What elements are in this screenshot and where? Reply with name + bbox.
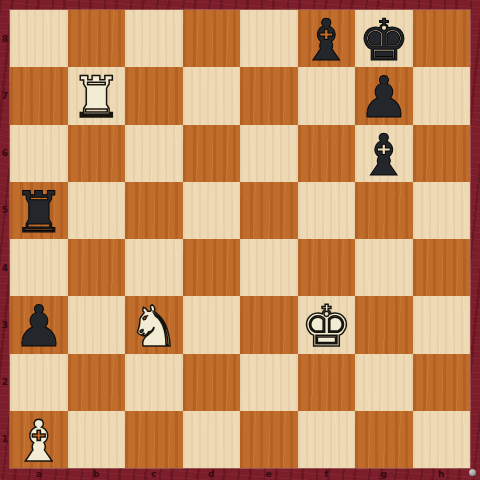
file-label-h: h [413,468,471,480]
black-pawn-g7[interactable]: ♟ [358,69,409,126]
square-e8[interactable] [240,10,298,67]
square-a1[interactable]: ♝ [10,411,68,468]
rank-label-1: 1 [0,411,10,468]
square-f8[interactable]: ♝ [298,10,356,67]
square-c3[interactable]: ♞ [125,296,183,353]
square-f7[interactable] [298,67,356,124]
square-h6[interactable] [413,125,471,182]
square-e3[interactable] [240,296,298,353]
square-b6[interactable] [68,125,126,182]
square-b1[interactable] [68,411,126,468]
square-g6[interactable]: ♝ [355,125,413,182]
square-e1[interactable] [240,411,298,468]
file-label-d: d [183,468,241,480]
rank-label-4: 4 [0,239,10,296]
file-label-c: c [125,468,183,480]
square-h5[interactable] [413,182,471,239]
square-c1[interactable] [125,411,183,468]
square-g7[interactable]: ♟ [355,67,413,124]
square-g4[interactable] [355,239,413,296]
rank-label-5: 5 [0,182,10,239]
square-d6[interactable] [183,125,241,182]
square-b4[interactable] [68,239,126,296]
chess-board-frame: ♝♚♜♟♝♜♟♞♚♝ 87654321 abcdefgh [0,0,480,480]
square-c5[interactable] [125,182,183,239]
square-f5[interactable] [298,182,356,239]
square-g8[interactable]: ♚ [355,10,413,67]
black-bishop-g6[interactable]: ♝ [358,127,409,184]
square-b5[interactable] [68,182,126,239]
square-e4[interactable] [240,239,298,296]
square-a2[interactable] [10,354,68,411]
square-a4[interactable] [10,239,68,296]
file-labels: abcdefgh [10,468,470,480]
rank-label-7: 7 [0,67,10,124]
white-king-f3[interactable]: ♚ [301,298,352,355]
square-b3[interactable] [68,296,126,353]
black-king-g8[interactable]: ♚ [358,12,409,69]
square-g1[interactable] [355,411,413,468]
square-a7[interactable] [10,67,68,124]
square-h1[interactable] [413,411,471,468]
square-b8[interactable] [68,10,126,67]
rank-labels: 87654321 [0,10,10,468]
square-d7[interactable] [183,67,241,124]
white-rook-b7[interactable]: ♜ [71,69,122,126]
chess-board: ♝♚♜♟♝♜♟♞♚♝ [10,10,470,468]
square-f3[interactable]: ♚ [298,296,356,353]
rank-label-6: 6 [0,125,10,182]
square-a6[interactable] [10,125,68,182]
white-bishop-a1[interactable]: ♝ [13,413,64,470]
corner-dot-logo [469,469,476,476]
rank-label-2: 2 [0,354,10,411]
square-d5[interactable] [183,182,241,239]
file-label-a: a [10,468,68,480]
square-c7[interactable] [125,67,183,124]
black-bishop-f8[interactable]: ♝ [301,12,352,69]
square-d3[interactable] [183,296,241,353]
square-f2[interactable] [298,354,356,411]
square-f4[interactable] [298,239,356,296]
file-label-f: f [298,468,356,480]
square-g3[interactable] [355,296,413,353]
square-a5[interactable]: ♜ [10,182,68,239]
square-h8[interactable] [413,10,471,67]
square-h2[interactable] [413,354,471,411]
square-e6[interactable] [240,125,298,182]
square-d1[interactable] [183,411,241,468]
square-c8[interactable] [125,10,183,67]
file-label-b: b [68,468,126,480]
square-d4[interactable] [183,239,241,296]
square-c4[interactable] [125,239,183,296]
square-e7[interactable] [240,67,298,124]
rank-label-3: 3 [0,296,10,353]
black-rook-a5[interactable]: ♜ [13,184,64,241]
square-a3[interactable]: ♟ [10,296,68,353]
square-h7[interactable] [413,67,471,124]
square-g2[interactable] [355,354,413,411]
square-f6[interactable] [298,125,356,182]
file-label-g: g [355,468,413,480]
square-d2[interactable] [183,354,241,411]
square-b2[interactable] [68,354,126,411]
square-a8[interactable] [10,10,68,67]
square-d8[interactable] [183,10,241,67]
square-g5[interactable] [355,182,413,239]
square-h4[interactable] [413,239,471,296]
black-pawn-a3[interactable]: ♟ [13,298,64,355]
square-h3[interactable] [413,296,471,353]
square-f1[interactable] [298,411,356,468]
white-knight-c3[interactable]: ♞ [128,298,179,355]
square-c6[interactable] [125,125,183,182]
square-e5[interactable] [240,182,298,239]
square-b7[interactable]: ♜ [68,67,126,124]
square-c2[interactable] [125,354,183,411]
square-e2[interactable] [240,354,298,411]
file-label-e: e [240,468,298,480]
rank-label-8: 8 [0,10,10,67]
